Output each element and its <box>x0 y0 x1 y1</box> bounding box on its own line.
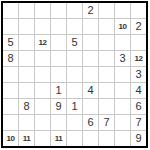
cell-r6c1[interactable] <box>3 83 18 98</box>
cell-r3c4[interactable] <box>51 35 66 50</box>
cell-r3c2[interactable] <box>19 35 34 50</box>
cell-r7c8[interactable] <box>115 99 130 114</box>
cell-r6c4[interactable]: 1 <box>51 83 66 98</box>
cell-r8c5[interactable] <box>67 115 82 130</box>
cell-r4c7[interactable] <box>99 51 114 66</box>
cell-r9c4[interactable]: 11 <box>51 131 66 146</box>
cell-r4c4[interactable] <box>51 51 66 66</box>
cell-r9c1[interactable]: 10 <box>3 131 18 146</box>
cell-r3c3[interactable]: 12 <box>35 35 50 50</box>
cell-r3c5[interactable]: 5 <box>67 35 82 50</box>
cell-r9c6[interactable] <box>83 131 98 146</box>
cell-r2c2[interactable] <box>19 19 34 34</box>
cell-r5c6[interactable] <box>83 67 98 82</box>
cell-r1c9[interactable] <box>131 3 146 18</box>
cell-r8c3[interactable] <box>35 115 50 130</box>
cell-r3c8[interactable] <box>115 35 130 50</box>
cell-r4c5[interactable] <box>67 51 82 66</box>
cell-r4c8[interactable]: 3 <box>115 51 130 66</box>
cell-r1c7[interactable] <box>99 3 114 18</box>
cell-r5c8[interactable] <box>115 67 130 82</box>
cell-r2c4[interactable] <box>51 19 66 34</box>
cell-r2c1[interactable] <box>3 19 18 34</box>
cell-r8c2[interactable] <box>19 115 34 130</box>
cell-r2c5[interactable] <box>67 19 82 34</box>
numberlink-board: 210251258312314489166771011119 <box>1 1 148 148</box>
cell-r4c9[interactable]: 12 <box>131 51 146 66</box>
cell-r9c2[interactable]: 11 <box>19 131 34 146</box>
cell-r7c4[interactable]: 9 <box>51 99 66 114</box>
cell-r6c8[interactable] <box>115 83 130 98</box>
cell-r9c5[interactable] <box>67 131 82 146</box>
cell-r9c8[interactable] <box>115 131 130 146</box>
cell-r5c2[interactable] <box>19 67 34 82</box>
cell-r8c4[interactable] <box>51 115 66 130</box>
cell-r7c6[interactable] <box>83 99 98 114</box>
cell-r4c6[interactable] <box>83 51 98 66</box>
cell-r7c9[interactable]: 6 <box>131 99 146 114</box>
cell-r1c6[interactable]: 2 <box>83 3 98 18</box>
cell-r8c8[interactable] <box>115 115 130 130</box>
cell-r3c9[interactable] <box>131 35 146 50</box>
cell-r1c5[interactable] <box>67 3 82 18</box>
cell-r6c6[interactable]: 4 <box>83 83 98 98</box>
cell-r9c7[interactable] <box>99 131 114 146</box>
cell-r9c9[interactable]: 9 <box>131 131 146 146</box>
cell-r1c4[interactable] <box>51 3 66 18</box>
cell-r4c1[interactable]: 8 <box>3 51 18 66</box>
cell-r1c1[interactable] <box>3 3 18 18</box>
cell-r6c5[interactable] <box>67 83 82 98</box>
cell-r5c3[interactable] <box>35 67 50 82</box>
cell-r8c7[interactable]: 7 <box>99 115 114 130</box>
cell-r6c3[interactable] <box>35 83 50 98</box>
cell-r6c9[interactable]: 4 <box>131 83 146 98</box>
cell-r5c1[interactable] <box>3 67 18 82</box>
cell-r5c5[interactable] <box>67 67 82 82</box>
cell-r2c8[interactable]: 10 <box>115 19 130 34</box>
cell-r7c1[interactable] <box>3 99 18 114</box>
cell-r7c5[interactable]: 1 <box>67 99 82 114</box>
cell-r1c3[interactable] <box>35 3 50 18</box>
cell-r4c2[interactable] <box>19 51 34 66</box>
cell-r3c1[interactable]: 5 <box>3 35 18 50</box>
cell-r5c7[interactable] <box>99 67 114 82</box>
cell-r1c8[interactable] <box>115 3 130 18</box>
cell-r7c7[interactable] <box>99 99 114 114</box>
cell-r2c9[interactable]: 2 <box>131 19 146 34</box>
cell-r3c6[interactable] <box>83 35 98 50</box>
cell-r7c2[interactable]: 8 <box>19 99 34 114</box>
cell-r2c7[interactable] <box>99 19 114 34</box>
cell-r9c3[interactable] <box>35 131 50 146</box>
cell-r8c6[interactable]: 6 <box>83 115 98 130</box>
cell-r6c2[interactable] <box>19 83 34 98</box>
cell-r2c6[interactable] <box>83 19 98 34</box>
cell-r5c9[interactable]: 3 <box>131 67 146 82</box>
cell-r7c3[interactable] <box>35 99 50 114</box>
cell-r5c4[interactable] <box>51 67 66 82</box>
cell-r4c3[interactable] <box>35 51 50 66</box>
cell-r8c1[interactable] <box>3 115 18 130</box>
cell-r3c7[interactable] <box>99 35 114 50</box>
cell-r6c7[interactable] <box>99 83 114 98</box>
cell-r8c9[interactable]: 7 <box>131 115 146 130</box>
cell-r1c2[interactable] <box>19 3 34 18</box>
cell-r2c3[interactable] <box>35 19 50 34</box>
